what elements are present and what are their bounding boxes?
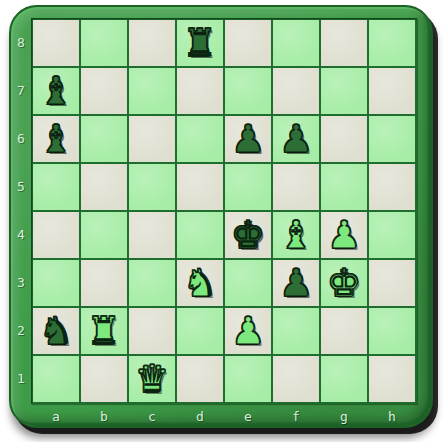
white-knight[interactable]: ♞	[177, 260, 223, 306]
square-c8[interactable]	[129, 20, 175, 66]
corner-spacer	[11, 404, 31, 428]
square-d3[interactable]: ♞	[177, 260, 223, 306]
white-queen[interactable]: ♛	[129, 356, 175, 402]
black-knight[interactable]: ♞	[33, 308, 79, 354]
square-d2[interactable]	[177, 308, 223, 354]
square-b6[interactable]	[81, 116, 127, 162]
square-d7[interactable]	[177, 68, 223, 114]
square-d1[interactable]	[177, 356, 223, 402]
square-a5[interactable]	[33, 164, 79, 210]
black-king[interactable]: ♚	[225, 212, 271, 258]
square-f2[interactable]	[273, 308, 319, 354]
square-b8[interactable]	[81, 20, 127, 66]
white-pawn[interactable]: ♟	[321, 212, 367, 258]
file-label-h: h	[388, 409, 396, 424]
square-h3[interactable]	[369, 260, 415, 306]
square-g1[interactable]	[321, 356, 367, 402]
chess-board: ♜♝♝♟♟♚♝♟♞♟♚♞♜♟♛	[31, 18, 417, 404]
square-f8[interactable]	[273, 20, 319, 66]
page: { "game": "chess", "position": { "fen": …	[0, 0, 444, 442]
square-h1[interactable]	[369, 356, 415, 402]
square-h5[interactable]	[369, 164, 415, 210]
file-label-g: g	[340, 409, 348, 424]
rank-label-1: 1	[17, 371, 25, 386]
file-label-e: e	[244, 409, 252, 424]
rank-label-8: 8	[17, 35, 25, 50]
square-b4[interactable]	[81, 212, 127, 258]
black-pawn[interactable]: ♟	[273, 116, 319, 162]
square-c5[interactable]	[129, 164, 175, 210]
board-layout: 87654321 ♜♝♝♟♟♚♝♟♞♟♚♞♜♟♛ abcdefgh	[11, 18, 417, 428]
square-c4[interactable]	[129, 212, 175, 258]
square-a3[interactable]	[33, 260, 79, 306]
square-g8[interactable]	[321, 20, 367, 66]
square-b5[interactable]	[81, 164, 127, 210]
file-label-f: f	[292, 409, 300, 424]
square-a6[interactable]: ♝	[33, 116, 79, 162]
square-e1[interactable]	[225, 356, 271, 402]
square-d4[interactable]	[177, 212, 223, 258]
square-d5[interactable]	[177, 164, 223, 210]
square-a8[interactable]	[33, 20, 79, 66]
file-labels: abcdefgh	[31, 404, 417, 428]
square-e6[interactable]: ♟	[225, 116, 271, 162]
square-c7[interactable]	[129, 68, 175, 114]
square-a7[interactable]: ♝	[33, 68, 79, 114]
rank-label-7: 7	[17, 83, 25, 98]
square-b3[interactable]	[81, 260, 127, 306]
square-e3[interactable]	[225, 260, 271, 306]
black-pawn[interactable]: ♟	[225, 116, 271, 162]
file-label-c: c	[148, 409, 156, 424]
square-a1[interactable]	[33, 356, 79, 402]
square-g7[interactable]	[321, 68, 367, 114]
square-f6[interactable]: ♟	[273, 116, 319, 162]
black-rook[interactable]: ♜	[177, 20, 223, 66]
square-h6[interactable]	[369, 116, 415, 162]
square-e5[interactable]	[225, 164, 271, 210]
rank-label-5: 5	[17, 179, 25, 194]
rank-label-3: 3	[17, 275, 25, 290]
square-e4[interactable]: ♚	[225, 212, 271, 258]
chess-board-frame: 87654321 ♜♝♝♟♟♚♝♟♞♟♚♞♜♟♛ abcdefgh	[9, 5, 433, 428]
white-rook[interactable]: ♜	[81, 308, 127, 354]
square-f4[interactable]: ♝	[273, 212, 319, 258]
square-b2[interactable]: ♜	[81, 308, 127, 354]
square-b1[interactable]	[81, 356, 127, 402]
square-a2[interactable]: ♞	[33, 308, 79, 354]
square-f1[interactable]	[273, 356, 319, 402]
square-d6[interactable]	[177, 116, 223, 162]
square-f7[interactable]	[273, 68, 319, 114]
rank-label-2: 2	[17, 323, 25, 338]
square-h4[interactable]	[369, 212, 415, 258]
file-label-d: d	[196, 409, 204, 424]
file-label-a: a	[52, 409, 60, 424]
square-f3[interactable]: ♟	[273, 260, 319, 306]
square-b7[interactable]	[81, 68, 127, 114]
square-h8[interactable]	[369, 20, 415, 66]
square-e2[interactable]: ♟	[225, 308, 271, 354]
white-bishop[interactable]: ♝	[273, 212, 319, 258]
square-c1[interactable]: ♛	[129, 356, 175, 402]
square-g4[interactable]: ♟	[321, 212, 367, 258]
square-h7[interactable]	[369, 68, 415, 114]
rank-label-6: 6	[17, 131, 25, 146]
square-g3[interactable]: ♚	[321, 260, 367, 306]
rank-label-4: 4	[17, 227, 25, 242]
black-pawn[interactable]: ♟	[273, 260, 319, 306]
white-pawn[interactable]: ♟	[225, 308, 271, 354]
square-e8[interactable]	[225, 20, 271, 66]
square-h2[interactable]	[369, 308, 415, 354]
square-g6[interactable]	[321, 116, 367, 162]
square-c3[interactable]	[129, 260, 175, 306]
square-a4[interactable]	[33, 212, 79, 258]
square-c2[interactable]	[129, 308, 175, 354]
rank-labels: 87654321	[11, 18, 31, 404]
white-king[interactable]: ♚	[321, 260, 367, 306]
square-g5[interactable]	[321, 164, 367, 210]
square-c6[interactable]	[129, 116, 175, 162]
square-f5[interactable]	[273, 164, 319, 210]
square-g2[interactable]	[321, 308, 367, 354]
square-d8[interactable]: ♜	[177, 20, 223, 66]
square-e7[interactable]	[225, 68, 271, 114]
black-bishop[interactable]: ♝	[33, 116, 79, 162]
file-label-b: b	[100, 409, 108, 424]
black-bishop[interactable]: ♝	[33, 68, 79, 114]
